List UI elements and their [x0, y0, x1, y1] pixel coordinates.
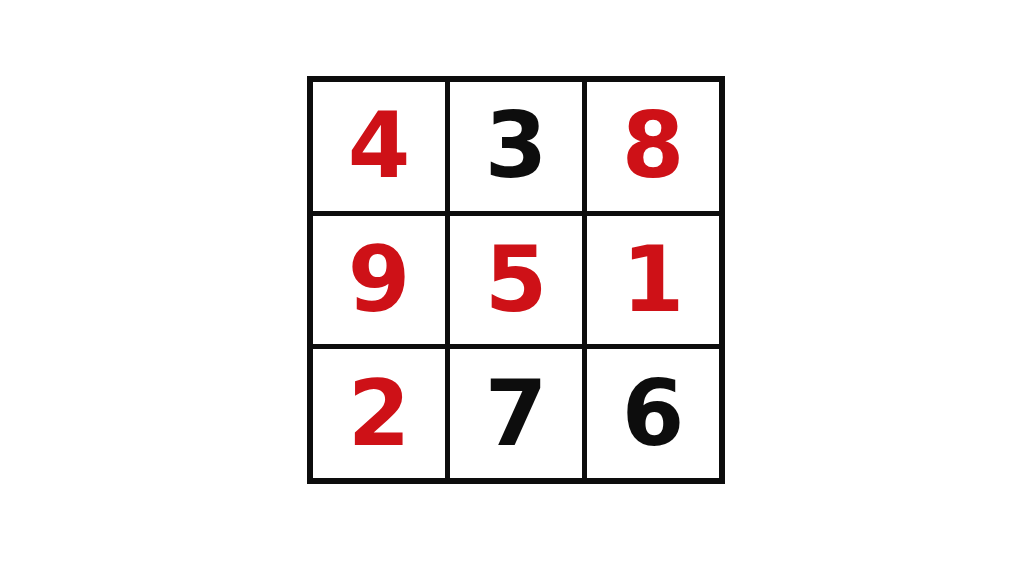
cell-r1c2: 3 — [450, 82, 582, 211]
cell-r1c1: 4 — [313, 82, 445, 211]
cell-r3c2: 7 — [450, 349, 582, 478]
cell-r1c3: 8 — [587, 82, 719, 211]
cell-r3c1: 2 — [313, 349, 445, 478]
cell-r2c3: 1 — [587, 216, 719, 345]
cell-r2c1: 9 — [313, 216, 445, 345]
magic-square-board: 4 3 8 9 5 1 2 7 6 — [307, 76, 725, 484]
cell-r3c3: 6 — [587, 349, 719, 478]
cell-r2c2: 5 — [450, 216, 582, 345]
